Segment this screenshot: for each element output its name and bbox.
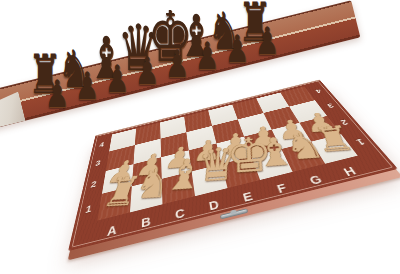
file-label-A: A [106, 223, 117, 239]
rank-label-left-1: 1 [84, 204, 92, 216]
file-label-G: G [307, 173, 324, 187]
board-squares [97, 87, 357, 221]
rank-label-right-2: 2 [339, 118, 350, 126]
rank-label-left-4: 4 [99, 141, 105, 149]
rank-label-left-2: 2 [90, 180, 97, 190]
file-label-B: B [141, 214, 151, 230]
clasp-latch-icon [220, 208, 249, 219]
rank-label-right-4: 4 [314, 88, 323, 94]
lid-end-grain [0, 92, 26, 132]
rank-label-right-1: 1 [354, 137, 367, 147]
file-label-E: E [242, 190, 255, 205]
chessboard: ABCDEFGH43214321 ♟♟♟♟♟♟♟♟♜♞♝♛♚♝♞♜ [68, 79, 398, 251]
file-label-F: F [275, 181, 288, 195]
file-label-H: H [341, 165, 359, 179]
file-label-D: D [208, 198, 220, 213]
file-label-C: C [175, 206, 186, 222]
chess-set-photo: ♜♞♝♛♚♝♞♜♟♟♟♟♟♟♟♟ ABCDEFGH43214321 ♟♟♟♟♟♟… [0, 0, 400, 274]
rank-label-right-3: 3 [325, 102, 335, 109]
rank-label-left-3: 3 [95, 159, 102, 168]
